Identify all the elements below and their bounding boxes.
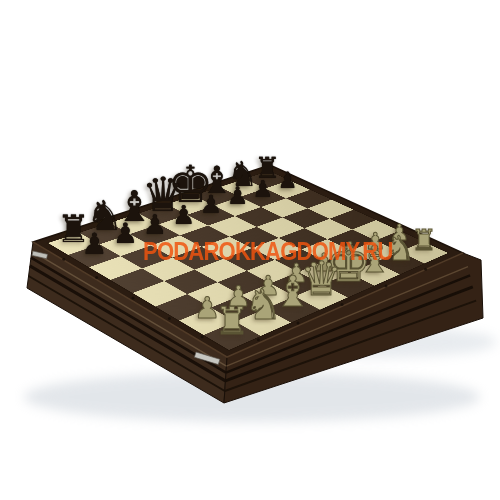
watermark-text: PODAROKKAGDOMY.RU	[143, 236, 393, 267]
chess-set-product-photo: ♜♞♝♛♚♝♞♜♟♟♟♟♟♟♟♟♟♟♟♟♟♟♟♟♜♞♝♛♚♝♞♜ PODAROK…	[0, 0, 500, 500]
